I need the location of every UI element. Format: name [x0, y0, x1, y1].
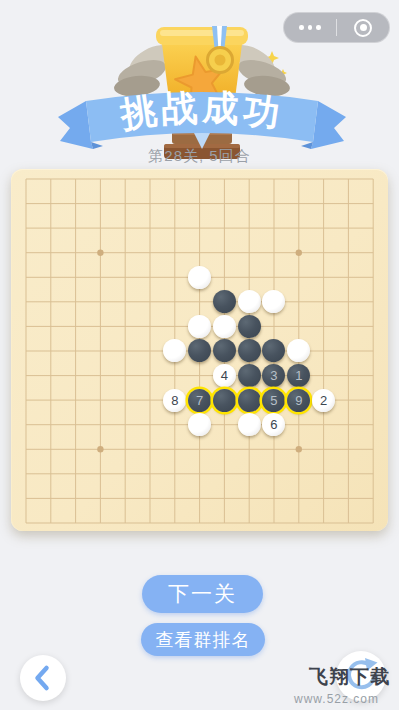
chevron-left-icon	[20, 655, 66, 701]
screen: 挑战成功 第28关, 5回合 431875926 下一关 查看群排名 飞翔下载 …	[0, 0, 399, 710]
exit-button[interactable]	[337, 13, 389, 42]
circular-arrow-icon	[336, 651, 386, 701]
sparkle-icon	[265, 51, 279, 65]
more-dots-icon	[299, 25, 321, 30]
banner-ribbon	[58, 92, 346, 149]
level-round-text: 第28关, 5回合	[0, 147, 399, 166]
sparkle-icon	[118, 81, 136, 99]
board-grid-lines	[11, 169, 388, 531]
wechat-capsule	[283, 12, 390, 43]
menu-button[interactable]	[284, 13, 336, 42]
star-icon	[175, 57, 223, 106]
group-ranking-button[interactable]: 查看群排名	[141, 623, 265, 656]
wing-left-icon	[113, 39, 175, 98]
sparkle-icon	[279, 69, 287, 77]
record-circle-icon	[354, 19, 372, 37]
back-button[interactable]	[20, 655, 66, 701]
trophy-icon	[156, 26, 248, 111]
gomoku-board: 431875926	[11, 169, 388, 531]
next-level-button[interactable]: 下一关	[142, 575, 263, 613]
medal-icon	[208, 26, 233, 73]
share-button[interactable]	[336, 651, 386, 701]
banner-title: 挑战成功	[117, 86, 287, 135]
wing-right-icon	[229, 39, 291, 98]
